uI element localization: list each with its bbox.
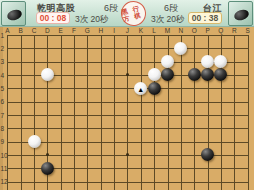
column-label: M xyxy=(164,27,171,34)
column-label: P xyxy=(204,27,211,34)
grid-line-horizontal xyxy=(7,102,248,103)
stone-white-C9 xyxy=(28,135,41,148)
left-avatar-image xyxy=(6,8,23,22)
go-board[interactable]: ABCDEFGHIJKLMNOPQRS123456789101112▲ xyxy=(0,27,254,190)
row-label: 1 xyxy=(1,32,8,39)
grid-line-horizontal xyxy=(7,142,248,143)
stone-white-P3 xyxy=(201,55,214,68)
grid-line-horizontal xyxy=(7,48,248,49)
grid-line-vertical xyxy=(181,35,182,190)
column-label: F xyxy=(71,27,78,34)
last-move-marker: ▲ xyxy=(134,82,147,95)
stone-white-Q3 xyxy=(214,55,227,68)
grid-line-horizontal xyxy=(7,115,248,116)
column-label: N xyxy=(177,27,184,34)
row-label: 12 xyxy=(1,178,8,185)
column-label: H xyxy=(97,27,104,34)
game-header: 乾明高股 6段 00 : 08 3次 20秒 黑方 行棋 6段 3次 20秒 0… xyxy=(0,0,254,27)
grid-line-vertical xyxy=(127,35,128,190)
stone-white-N2 xyxy=(174,42,187,55)
row-label: 5 xyxy=(1,85,8,92)
row-label: 2 xyxy=(1,45,8,52)
grid-line-vertical xyxy=(61,35,62,190)
grid-line-vertical xyxy=(34,35,35,190)
grid-line-vertical xyxy=(114,35,115,190)
row-label: 3 xyxy=(1,58,8,65)
row-label: 7 xyxy=(1,112,8,119)
column-label: L xyxy=(151,27,158,34)
stone-white-L4 xyxy=(148,68,161,81)
grid-line-horizontal xyxy=(7,182,248,183)
stone-black-O4 xyxy=(188,68,201,81)
column-label: R xyxy=(231,27,238,34)
stone-black-Q4 xyxy=(214,68,227,81)
column-label: E xyxy=(57,27,64,34)
grid-line-vertical xyxy=(141,35,142,190)
row-label: 11 xyxy=(1,165,8,172)
stone-black-L5 xyxy=(148,82,161,95)
left-player-clock: 00 : 08 xyxy=(36,12,70,24)
seal-char: 行棋 xyxy=(132,4,146,19)
column-label: Q xyxy=(217,27,224,34)
column-label: I xyxy=(111,27,118,34)
right-player-name: 台江 xyxy=(203,2,222,15)
column-label: B xyxy=(17,27,24,34)
star-point-J4 xyxy=(126,73,129,76)
right-player-avatar xyxy=(228,1,253,26)
stone-white-D4 xyxy=(41,68,54,81)
row-label: 10 xyxy=(1,152,8,159)
row-label: 8 xyxy=(1,125,8,132)
star-point-J10 xyxy=(126,153,129,156)
go-game-window: 乾明高股 6段 00 : 08 3次 20秒 黑方 行棋 6段 3次 20秒 0… xyxy=(0,0,254,190)
grid-line-horizontal xyxy=(7,128,248,129)
grid-line-vertical xyxy=(154,35,155,190)
row-label: 6 xyxy=(1,98,8,105)
stone-white-M3 xyxy=(161,55,174,68)
stone-black-P4 xyxy=(201,68,214,81)
star-point-D10 xyxy=(46,153,49,156)
stone-white-K5: ▲ xyxy=(134,82,147,95)
right-avatar-image xyxy=(233,8,250,22)
left-player-avatar xyxy=(1,1,26,26)
grid-line-vertical xyxy=(248,35,249,190)
left-player-byoyomi: 3次 20秒 xyxy=(75,14,109,26)
grid-line-vertical xyxy=(21,35,22,190)
turn-indicator-seal: 黑方 行棋 xyxy=(118,0,148,29)
grid-line-horizontal xyxy=(7,35,248,36)
grid-line-vertical xyxy=(194,35,195,190)
column-label: J xyxy=(124,27,131,34)
stone-black-D11 xyxy=(41,162,54,175)
column-label: O xyxy=(191,27,198,34)
row-label: 9 xyxy=(1,138,8,145)
stone-black-P10 xyxy=(201,148,214,161)
column-label: K xyxy=(137,27,144,34)
stone-black-M4 xyxy=(161,68,174,81)
grid-line-vertical xyxy=(101,35,102,190)
right-player-byoyomi: 3次 20秒 xyxy=(151,14,185,26)
row-label: 4 xyxy=(1,72,8,79)
column-label: C xyxy=(31,27,38,34)
grid-line-horizontal xyxy=(7,88,248,89)
column-label: G xyxy=(84,27,91,34)
column-label: D xyxy=(44,27,51,34)
grid-line-vertical xyxy=(234,35,235,190)
column-label: S xyxy=(244,27,251,34)
grid-line-vertical xyxy=(74,35,75,190)
grid-line-vertical xyxy=(87,35,88,190)
